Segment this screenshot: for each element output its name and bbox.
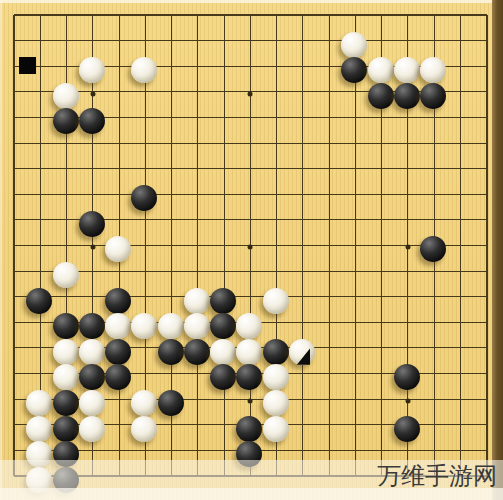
black-stone	[394, 364, 420, 390]
star-point	[405, 245, 410, 250]
white-stone	[263, 416, 289, 442]
white-stone	[79, 57, 105, 83]
black-stone	[394, 416, 420, 442]
black-stone	[79, 313, 105, 339]
black-stone	[105, 288, 131, 314]
white-stone	[368, 57, 394, 83]
black-square-marker	[19, 57, 36, 74]
black-stone	[53, 313, 79, 339]
black-stone	[79, 364, 105, 390]
black-stone	[210, 313, 236, 339]
grid-line-horizontal	[14, 168, 487, 169]
white-stone	[26, 416, 52, 442]
black-stone	[53, 108, 79, 134]
board-right-edge	[492, 0, 503, 500]
white-stone	[263, 390, 289, 416]
grid-line-horizontal	[14, 14, 487, 16]
white-stone	[53, 262, 79, 288]
black-stone	[26, 288, 52, 314]
black-stone	[158, 390, 184, 416]
board-left-edge	[0, 0, 2, 500]
black-stone	[53, 416, 79, 442]
black-stone	[420, 83, 446, 109]
screenshot-root: 万维手游网	[0, 0, 503, 500]
white-stone	[289, 339, 315, 365]
star-point	[405, 399, 410, 404]
white-stone	[158, 313, 184, 339]
black-stone	[158, 339, 184, 365]
white-stone	[236, 339, 262, 365]
white-stone	[263, 364, 289, 390]
white-stone	[263, 288, 289, 314]
star-point	[248, 399, 253, 404]
white-stone	[420, 57, 446, 83]
star-point	[248, 91, 253, 96]
watermark-text: 万维手游网	[377, 464, 497, 489]
black-stone	[53, 390, 79, 416]
grid-line-horizontal	[14, 271, 487, 272]
white-stone	[184, 313, 210, 339]
white-stone	[341, 32, 367, 58]
black-stone	[79, 211, 105, 237]
white-stone	[105, 313, 131, 339]
white-stone	[79, 416, 105, 442]
black-stone	[236, 416, 262, 442]
white-stone	[53, 364, 79, 390]
grid-line-horizontal	[14, 143, 487, 144]
star-point	[90, 91, 95, 96]
white-stone	[79, 339, 105, 365]
grid-line-horizontal	[14, 194, 487, 195]
board-top-edge	[0, 0, 503, 3]
white-stone	[53, 83, 79, 109]
black-stone	[263, 339, 289, 365]
black-stone	[184, 339, 210, 365]
black-stone	[210, 288, 236, 314]
grid-line-horizontal	[14, 296, 487, 297]
star-point	[248, 245, 253, 250]
black-stone	[79, 108, 105, 134]
black-stone	[368, 83, 394, 109]
black-stone	[105, 339, 131, 365]
white-stone	[184, 288, 210, 314]
white-stone	[53, 339, 79, 365]
black-stone	[394, 83, 420, 109]
white-stone	[79, 390, 105, 416]
last-move-triangle-marker	[297, 348, 311, 365]
grid-line-horizontal	[14, 40, 487, 41]
white-stone	[210, 339, 236, 365]
white-stone	[131, 416, 157, 442]
star-point	[90, 245, 95, 250]
white-stone	[394, 57, 420, 83]
